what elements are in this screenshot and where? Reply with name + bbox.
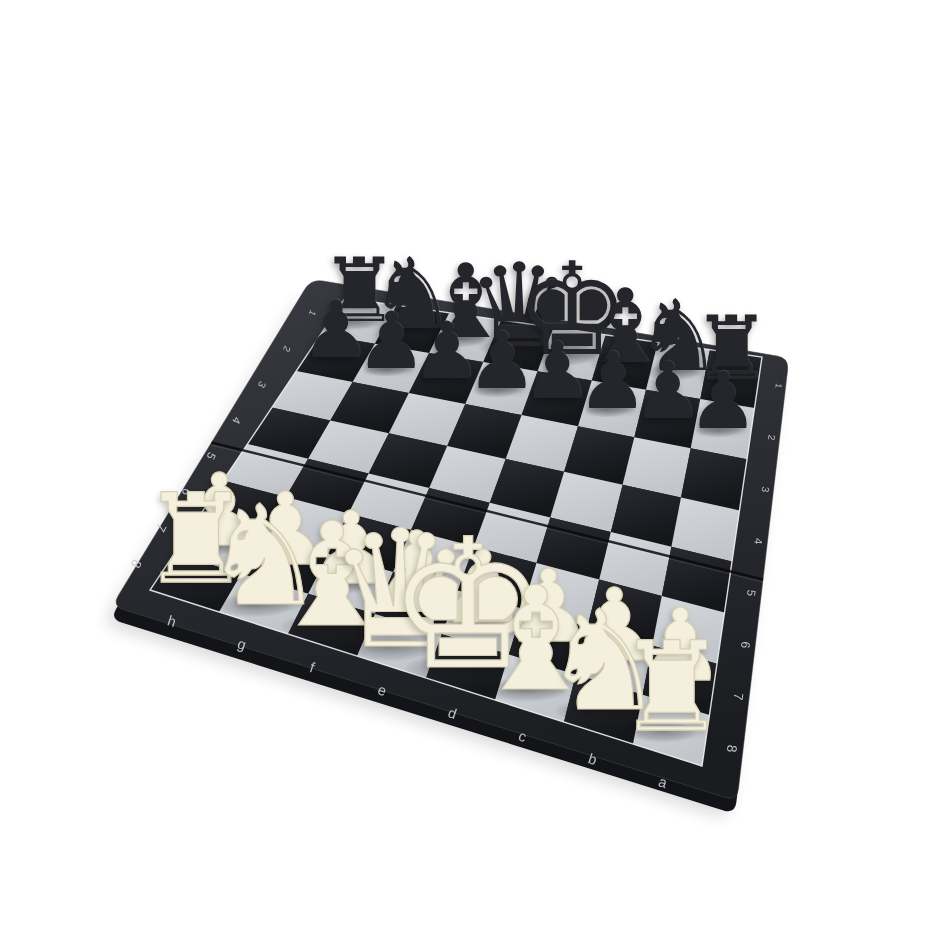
chess-set-photo: 1234567812345678hgfedcba ♜♞♝♛♚♝♞♜♟♟♟♟♟♟♟… bbox=[0, 0, 950, 950]
chess-board: 1234567812345678hgfedcba bbox=[0, 0, 950, 950]
square-a1 bbox=[700, 350, 762, 409]
